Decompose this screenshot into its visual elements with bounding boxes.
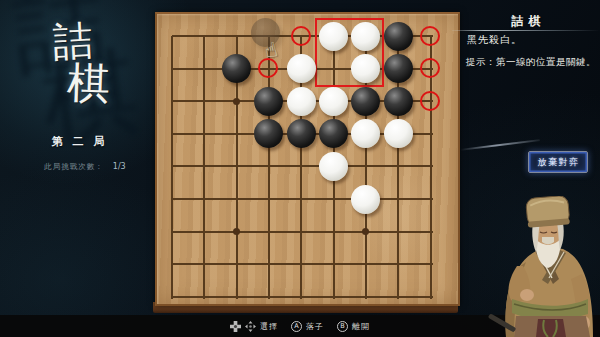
red-circle-mark xyxy=(420,58,440,78)
black-stone xyxy=(222,54,251,83)
objective-text: 黑先殺白。 xyxy=(467,33,522,47)
dpad-icon xyxy=(230,321,241,332)
red-circle-mark xyxy=(420,26,440,46)
attempts-counter: 此局挑戰次數：1/3 xyxy=(20,154,150,173)
black-stone xyxy=(351,87,380,116)
black-stone xyxy=(319,119,348,148)
grid-line xyxy=(172,231,433,233)
grid-line xyxy=(171,36,173,299)
white-stone xyxy=(287,87,316,116)
old-man-portrait xyxy=(478,196,600,337)
puzzle-title-char-1: 詰 xyxy=(52,20,94,62)
white-stone xyxy=(319,22,348,51)
star-point xyxy=(233,228,240,235)
grid-line xyxy=(172,198,433,200)
game-screen: 詰 棋 詰 棋 第二局 此局挑戰次數：1/3 ☝ 詰棋 黑先殺白。 提示：第一線… xyxy=(0,0,600,337)
attempts-value: 1/3 xyxy=(113,162,126,171)
give-up-button[interactable]: 放棄對弈 xyxy=(528,151,588,173)
white-stone xyxy=(287,54,316,83)
black-stone xyxy=(384,54,413,83)
white-stone xyxy=(319,87,348,116)
move-arrows-icon xyxy=(245,321,256,332)
red-circle-mark xyxy=(420,91,440,111)
title-underline xyxy=(452,30,600,31)
hint-select: 選擇 xyxy=(230,321,278,332)
black-stone xyxy=(287,119,316,148)
hint-place-label: 落子 xyxy=(306,321,324,332)
button-b-icon: B xyxy=(337,321,348,332)
grid-line xyxy=(172,296,433,298)
white-stone xyxy=(351,22,380,51)
black-stone xyxy=(384,87,413,116)
black-stone xyxy=(254,119,283,148)
hint-select-label: 選擇 xyxy=(260,321,278,332)
white-stone xyxy=(351,185,380,214)
grid-line xyxy=(172,165,433,167)
white-stone xyxy=(351,119,380,148)
star-point xyxy=(362,228,369,235)
go-board[interactable]: ☝ xyxy=(155,12,460,306)
attempts-label: 此局挑戰次數： xyxy=(44,162,104,171)
star-point xyxy=(233,98,240,105)
hint-text: 提示：第一線的位置是關鍵。 xyxy=(466,56,596,69)
round-label: 第二局 xyxy=(8,134,148,149)
puzzle-title-char-2: 棋 xyxy=(66,61,110,105)
hint-leave-label: 離開 xyxy=(352,321,370,332)
black-stone xyxy=(254,87,283,116)
button-a-icon: A xyxy=(291,321,302,332)
grid-line xyxy=(203,36,205,299)
black-stone xyxy=(384,22,413,51)
hint-place-stone: A 落子 xyxy=(291,321,324,332)
red-circle-mark xyxy=(291,26,311,46)
grid-line xyxy=(172,263,433,265)
white-stone xyxy=(319,152,348,181)
white-stone xyxy=(384,119,413,148)
hint-leave: B 離開 xyxy=(337,321,370,332)
light-streak xyxy=(460,139,540,151)
panel-title: 詰棋 xyxy=(452,13,600,30)
